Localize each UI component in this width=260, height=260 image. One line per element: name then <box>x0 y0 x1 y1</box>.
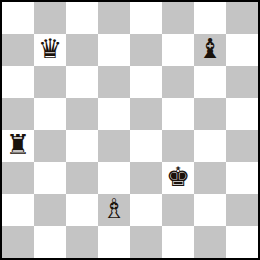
square-c5[interactable] <box>66 98 98 130</box>
square-c3[interactable] <box>66 162 98 194</box>
square-e8[interactable] <box>130 2 162 34</box>
square-c2[interactable] <box>66 194 98 226</box>
square-b3[interactable] <box>34 162 66 194</box>
square-d1[interactable] <box>98 226 130 258</box>
square-c1[interactable] <box>66 226 98 258</box>
square-b1[interactable] <box>34 226 66 258</box>
square-h4[interactable] <box>226 130 258 162</box>
chess-diagram: ♛♝♜♚♗ <box>0 0 260 260</box>
square-e6[interactable] <box>130 66 162 98</box>
square-f2[interactable] <box>162 194 194 226</box>
square-c8[interactable] <box>66 2 98 34</box>
square-f5[interactable] <box>162 98 194 130</box>
square-h1[interactable] <box>226 226 258 258</box>
square-b4[interactable] <box>34 130 66 162</box>
square-b8[interactable] <box>34 2 66 34</box>
square-e3[interactable] <box>130 162 162 194</box>
square-d5[interactable] <box>98 98 130 130</box>
square-b6[interactable] <box>34 66 66 98</box>
black-bishop-piece[interactable]: ♝ <box>198 34 222 65</box>
square-d8[interactable] <box>98 2 130 34</box>
square-b5[interactable] <box>34 98 66 130</box>
square-a3[interactable] <box>2 162 34 194</box>
square-g4[interactable] <box>194 130 226 162</box>
chess-board: ♛♝♜♚♗ <box>2 2 258 258</box>
square-h5[interactable] <box>226 98 258 130</box>
square-e2[interactable] <box>130 194 162 226</box>
square-a4[interactable]: ♜ <box>2 130 34 162</box>
square-a2[interactable] <box>2 194 34 226</box>
square-d7[interactable] <box>98 34 130 66</box>
square-a6[interactable] <box>2 66 34 98</box>
square-c6[interactable] <box>66 66 98 98</box>
square-f7[interactable] <box>162 34 194 66</box>
square-a5[interactable] <box>2 98 34 130</box>
square-g8[interactable] <box>194 2 226 34</box>
square-f6[interactable] <box>162 66 194 98</box>
square-d4[interactable] <box>98 130 130 162</box>
square-g5[interactable] <box>194 98 226 130</box>
square-d2[interactable]: ♗ <box>98 194 130 226</box>
square-g6[interactable] <box>194 66 226 98</box>
square-c4[interactable] <box>66 130 98 162</box>
square-c7[interactable] <box>66 34 98 66</box>
square-g2[interactable] <box>194 194 226 226</box>
black-queen-piece[interactable]: ♛ <box>38 34 62 65</box>
square-f3[interactable]: ♚ <box>162 162 194 194</box>
square-h6[interactable] <box>226 66 258 98</box>
square-e1[interactable] <box>130 226 162 258</box>
square-g3[interactable] <box>194 162 226 194</box>
white-bishop-piece[interactable]: ♗ <box>102 194 126 225</box>
square-e4[interactable] <box>130 130 162 162</box>
black-rook-piece[interactable]: ♜ <box>6 130 30 161</box>
square-a1[interactable] <box>2 226 34 258</box>
square-b2[interactable] <box>34 194 66 226</box>
square-g1[interactable] <box>194 226 226 258</box>
square-h2[interactable] <box>226 194 258 226</box>
square-d6[interactable] <box>98 66 130 98</box>
square-f1[interactable] <box>162 226 194 258</box>
square-g7[interactable]: ♝ <box>194 34 226 66</box>
square-b7[interactable]: ♛ <box>34 34 66 66</box>
square-e7[interactable] <box>130 34 162 66</box>
square-f8[interactable] <box>162 2 194 34</box>
square-h8[interactable] <box>226 2 258 34</box>
square-h7[interactable] <box>226 34 258 66</box>
board-frame: ♛♝♜♚♗ <box>0 0 260 260</box>
square-d3[interactable] <box>98 162 130 194</box>
square-a8[interactable] <box>2 2 34 34</box>
square-a7[interactable] <box>2 34 34 66</box>
black-king-piece[interactable]: ♚ <box>166 162 190 193</box>
square-h3[interactable] <box>226 162 258 194</box>
square-e5[interactable] <box>130 98 162 130</box>
square-f4[interactable] <box>162 130 194 162</box>
